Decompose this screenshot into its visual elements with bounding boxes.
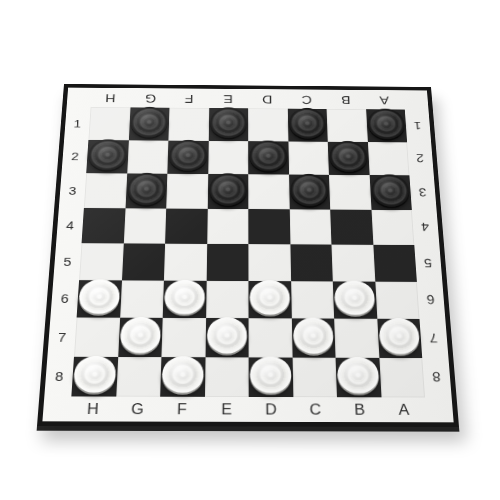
square-H3[interactable] xyxy=(84,173,127,208)
white-piece-H6[interactable] xyxy=(78,279,120,314)
square-A1[interactable] xyxy=(366,109,407,142)
square-B1[interactable] xyxy=(327,109,368,142)
square-A2[interactable] xyxy=(367,142,409,176)
white-piece-B8[interactable] xyxy=(337,356,379,393)
square-E3[interactable] xyxy=(207,174,248,209)
square-B7[interactable] xyxy=(334,319,379,358)
margin-corner-top-right xyxy=(403,90,428,109)
square-F7[interactable] xyxy=(161,318,205,357)
square-F3[interactable] xyxy=(166,174,208,209)
square-A3[interactable] xyxy=(369,175,412,210)
square-C7[interactable] xyxy=(291,318,335,357)
board-mat: HGFEDCBA HGFEDCBA 12345678 12345678 xyxy=(42,88,453,423)
white-piece-C7[interactable] xyxy=(293,318,334,354)
file-top-label-F: F xyxy=(185,92,194,104)
rank-right-label-1: 1 xyxy=(414,120,422,131)
playing-grid xyxy=(71,107,425,397)
white-piece-H8[interactable] xyxy=(73,356,116,393)
rank-left-label-6: 6 xyxy=(60,292,69,305)
black-piece-F2[interactable] xyxy=(169,140,207,171)
white-piece-F8[interactable] xyxy=(162,356,204,393)
square-D5[interactable] xyxy=(248,244,290,281)
square-E1[interactable] xyxy=(208,108,248,141)
white-piece-A7[interactable] xyxy=(378,318,420,354)
square-F2[interactable] xyxy=(167,140,208,174)
file-top-label-H: H xyxy=(105,92,116,104)
square-C2[interactable] xyxy=(288,141,329,175)
square-D8[interactable] xyxy=(249,357,293,397)
black-piece-E3[interactable] xyxy=(209,173,247,205)
square-F1[interactable] xyxy=(168,108,208,141)
file-top-label-C: C xyxy=(301,93,311,104)
square-H2[interactable] xyxy=(86,140,128,174)
square-G1[interactable] xyxy=(128,107,169,140)
file-bottom-label-F: F xyxy=(177,402,187,417)
rank-right-label-3: 3 xyxy=(419,187,427,199)
square-D1[interactable] xyxy=(248,108,288,141)
product-photo-stage: HGFEDCBA HGFEDCBA 12345678 12345678 xyxy=(0,0,500,500)
square-D7[interactable] xyxy=(249,318,293,357)
white-piece-D8[interactable] xyxy=(250,356,291,393)
square-H5[interactable] xyxy=(79,243,123,280)
square-C4[interactable] xyxy=(289,209,331,245)
square-E5[interactable] xyxy=(206,244,248,281)
margin-corner-top-left xyxy=(67,88,92,108)
white-piece-D6[interactable] xyxy=(250,280,290,315)
rank-left-label-7: 7 xyxy=(58,330,67,343)
square-G6[interactable] xyxy=(120,280,164,318)
rank-left-label-4: 4 xyxy=(66,219,75,231)
rank-right-label-7: 7 xyxy=(429,332,438,345)
square-H7[interactable] xyxy=(74,317,120,356)
square-C8[interactable] xyxy=(292,357,337,397)
square-B8[interactable] xyxy=(336,357,381,397)
square-B2[interactable] xyxy=(328,141,369,175)
square-C6[interactable] xyxy=(291,281,334,319)
square-C3[interactable] xyxy=(289,175,331,210)
file-labels-top: HGFEDCBA xyxy=(91,88,405,110)
file-bottom-label-C: C xyxy=(309,402,321,417)
white-piece-B6[interactable] xyxy=(334,280,375,315)
black-piece-B2[interactable] xyxy=(329,141,368,172)
black-piece-H2[interactable] xyxy=(88,139,127,170)
square-H8[interactable] xyxy=(71,356,117,396)
square-G4[interactable] xyxy=(123,208,166,244)
square-C5[interactable] xyxy=(290,244,333,281)
white-piece-G7[interactable] xyxy=(119,317,161,353)
square-E7[interactable] xyxy=(205,318,249,357)
square-A7[interactable] xyxy=(377,319,422,358)
rank-left-label-3: 3 xyxy=(68,184,77,196)
square-H1[interactable] xyxy=(88,107,130,140)
square-G3[interactable] xyxy=(125,173,167,208)
file-top-label-D: D xyxy=(263,93,273,105)
file-bottom-label-D: D xyxy=(265,402,277,417)
file-top-label-E: E xyxy=(224,93,233,105)
square-B4[interactable] xyxy=(330,209,373,245)
file-bottom-label-A: A xyxy=(398,402,410,417)
rank-right-label-6: 6 xyxy=(427,294,436,307)
square-F4[interactable] xyxy=(165,208,207,244)
rank-left-label-5: 5 xyxy=(63,255,72,267)
black-piece-A1[interactable] xyxy=(367,109,405,139)
file-bottom-label-B: B xyxy=(354,402,365,417)
square-A8[interactable] xyxy=(379,357,425,397)
black-piece-D2[interactable] xyxy=(250,140,288,171)
file-bottom-label-H: H xyxy=(87,402,99,417)
rank-left-label-8: 8 xyxy=(55,369,64,383)
square-F6[interactable] xyxy=(163,280,207,318)
margin-corner-bottom-right xyxy=(425,397,454,422)
square-D3[interactable] xyxy=(248,174,289,209)
black-piece-G1[interactable] xyxy=(130,107,168,137)
square-F8[interactable] xyxy=(160,357,205,397)
square-E4[interactable] xyxy=(207,208,249,244)
square-A6[interactable] xyxy=(375,281,420,319)
square-F5[interactable] xyxy=(164,244,207,281)
square-E2[interactable] xyxy=(208,141,248,175)
square-B3[interactable] xyxy=(329,175,371,210)
file-bottom-label-G: G xyxy=(131,402,144,417)
square-E6[interactable] xyxy=(206,280,249,318)
square-H6[interactable] xyxy=(77,280,122,318)
square-D6[interactable] xyxy=(248,281,291,319)
checkers-board: HGFEDCBA HGFEDCBA 12345678 12345678 xyxy=(37,84,459,427)
black-piece-C3[interactable] xyxy=(290,174,329,206)
square-B5[interactable] xyxy=(331,245,374,282)
square-E8[interactable] xyxy=(204,357,248,397)
white-piece-E7[interactable] xyxy=(207,317,247,353)
square-G5[interactable] xyxy=(122,243,166,280)
square-D2[interactable] xyxy=(248,141,288,175)
rank-right-label-4: 4 xyxy=(421,221,430,233)
black-piece-C1[interactable] xyxy=(289,108,327,138)
file-labels-bottom: HGFEDCBA xyxy=(70,396,427,422)
square-G8[interactable] xyxy=(116,357,162,397)
white-piece-F6[interactable] xyxy=(164,279,204,314)
black-piece-A3[interactable] xyxy=(371,174,411,206)
square-A5[interactable] xyxy=(373,245,417,282)
file-top-label-A: A xyxy=(380,94,390,105)
square-H4[interactable] xyxy=(82,208,126,244)
square-G2[interactable] xyxy=(127,140,169,174)
square-B6[interactable] xyxy=(333,281,377,319)
black-piece-G3[interactable] xyxy=(127,173,166,205)
rank-right-label-8: 8 xyxy=(432,371,441,384)
file-top-label-G: G xyxy=(144,92,155,104)
rank-right-label-2: 2 xyxy=(416,153,424,164)
margin-corner-bottom-left xyxy=(42,396,71,421)
file-top-label-B: B xyxy=(341,94,351,105)
black-piece-E1[interactable] xyxy=(210,107,247,137)
rank-left-label-2: 2 xyxy=(71,151,79,162)
square-C1[interactable] xyxy=(287,109,327,142)
rank-right-label-5: 5 xyxy=(424,257,433,269)
rank-left-label-1: 1 xyxy=(73,118,81,129)
file-bottom-label-E: E xyxy=(221,402,232,417)
square-D4[interactable] xyxy=(248,209,290,245)
square-G7[interactable] xyxy=(118,318,163,357)
square-A4[interactable] xyxy=(371,209,414,245)
